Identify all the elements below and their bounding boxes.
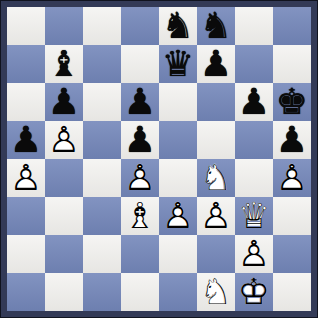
black-pawn-glyph: ♟ (235, 83, 273, 121)
square-g6[interactable]: ♟ (235, 83, 273, 121)
white-pawn-b5[interactable]: ♟♙ (45, 121, 83, 159)
square-a3[interactable] (7, 197, 45, 235)
black-pawn-a5[interactable]: ♟ (7, 121, 45, 159)
square-a6[interactable] (7, 83, 45, 121)
square-c8[interactable] (83, 7, 121, 45)
square-a5[interactable]: ♟ (7, 121, 45, 159)
square-g3[interactable]: ♛♕ (235, 197, 273, 235)
square-f7[interactable]: ♟ (197, 45, 235, 83)
square-d7[interactable] (121, 45, 159, 83)
square-c6[interactable] (83, 83, 121, 121)
black-pawn-glyph: ♟ (273, 121, 311, 159)
white-pawn-outline: ♙ (45, 121, 83, 159)
square-b6[interactable]: ♟ (45, 83, 83, 121)
square-a1[interactable] (7, 273, 45, 311)
square-h7[interactable] (273, 45, 311, 83)
white-bishop-d3[interactable]: ♝♗ (121, 197, 159, 235)
square-f1[interactable]: ♞♘ (197, 273, 235, 311)
square-c1[interactable] (83, 273, 121, 311)
square-h6[interactable]: ♚ (273, 83, 311, 121)
square-e4[interactable] (159, 159, 197, 197)
white-knight-outline: ♘ (197, 159, 235, 197)
square-d5[interactable]: ♟ (121, 121, 159, 159)
square-h5[interactable]: ♟ (273, 121, 311, 159)
square-e2[interactable] (159, 235, 197, 273)
white-pawn-outline: ♙ (197, 197, 235, 235)
black-pawn-b6[interactable]: ♟ (45, 83, 83, 121)
square-a4[interactable]: ♟♙ (7, 159, 45, 197)
black-king-h6[interactable]: ♚ (273, 83, 311, 121)
square-d6[interactable]: ♟ (121, 83, 159, 121)
square-b1[interactable] (45, 273, 83, 311)
white-knight-f1[interactable]: ♞♘ (197, 273, 235, 311)
white-pawn-outline: ♙ (159, 197, 197, 235)
white-knight-f4[interactable]: ♞♘ (197, 159, 235, 197)
square-a2[interactable] (7, 235, 45, 273)
square-d1[interactable] (121, 273, 159, 311)
black-knight-f8[interactable]: ♞ (197, 7, 235, 45)
square-d4[interactable]: ♟♙ (121, 159, 159, 197)
square-h4[interactable]: ♟♙ (273, 159, 311, 197)
square-b2[interactable] (45, 235, 83, 273)
square-b4[interactable] (45, 159, 83, 197)
square-a8[interactable] (7, 7, 45, 45)
square-e3[interactable]: ♟♙ (159, 197, 197, 235)
black-pawn-glyph: ♟ (121, 121, 159, 159)
square-h8[interactable] (273, 7, 311, 45)
square-g2[interactable]: ♟♙ (235, 235, 273, 273)
square-d3[interactable]: ♝♗ (121, 197, 159, 235)
square-c5[interactable] (83, 121, 121, 159)
white-pawn-d4[interactable]: ♟♙ (121, 159, 159, 197)
black-queen-glyph: ♛ (159, 45, 197, 83)
black-pawn-h5[interactable]: ♟ (273, 121, 311, 159)
white-pawn-g2[interactable]: ♟♙ (235, 235, 273, 273)
square-f4[interactable]: ♞♘ (197, 159, 235, 197)
square-c7[interactable] (83, 45, 121, 83)
black-king-glyph: ♚ (273, 83, 311, 121)
white-knight-outline: ♘ (197, 273, 235, 311)
black-pawn-d6[interactable]: ♟ (121, 83, 159, 121)
square-b8[interactable] (45, 7, 83, 45)
square-g4[interactable] (235, 159, 273, 197)
black-pawn-f7[interactable]: ♟ (197, 45, 235, 83)
white-pawn-outline: ♙ (7, 159, 45, 197)
black-pawn-glyph: ♟ (197, 45, 235, 83)
black-knight-glyph: ♞ (159, 7, 197, 45)
white-bishop-outline: ♗ (121, 197, 159, 235)
square-d2[interactable] (121, 235, 159, 273)
square-b5[interactable]: ♟♙ (45, 121, 83, 159)
board-grid: ♞♞♝♛♟♟♟♟♚♟♟♙♟♟♟♙♟♙♞♘♟♙♝♗♟♙♟♙♛♕♟♙♞♘♚♔ (7, 7, 311, 311)
square-e6[interactable] (159, 83, 197, 121)
white-queen-g3[interactable]: ♛♕ (235, 197, 273, 235)
black-queen-e7[interactable]: ♛ (159, 45, 197, 83)
white-pawn-a4[interactable]: ♟♙ (7, 159, 45, 197)
square-g5[interactable] (235, 121, 273, 159)
white-pawn-e3[interactable]: ♟♙ (159, 197, 197, 235)
square-e1[interactable] (159, 273, 197, 311)
square-c4[interactable] (83, 159, 121, 197)
square-e7[interactable]: ♛ (159, 45, 197, 83)
white-pawn-outline: ♙ (121, 159, 159, 197)
white-pawn-outline: ♙ (235, 235, 273, 273)
white-pawn-h4[interactable]: ♟♙ (273, 159, 311, 197)
square-d8[interactable] (121, 7, 159, 45)
square-g1[interactable]: ♚♔ (235, 273, 273, 311)
square-e8[interactable]: ♞ (159, 7, 197, 45)
white-queen-outline: ♕ (235, 197, 273, 235)
square-a7[interactable] (7, 45, 45, 83)
square-h2[interactable] (273, 235, 311, 273)
white-king-outline: ♔ (235, 273, 273, 311)
chess-board: ♞♞♝♛♟♟♟♟♚♟♟♙♟♟♟♙♟♙♞♘♟♙♝♗♟♙♟♙♛♕♟♙♞♘♚♔ (0, 0, 318, 318)
square-c3[interactable] (83, 197, 121, 235)
square-f6[interactable] (197, 83, 235, 121)
black-pawn-glyph: ♟ (7, 121, 45, 159)
square-h3[interactable] (273, 197, 311, 235)
black-bishop-b7[interactable]: ♝ (45, 45, 83, 83)
square-g8[interactable] (235, 7, 273, 45)
square-b3[interactable] (45, 197, 83, 235)
square-f2[interactable] (197, 235, 235, 273)
black-knight-e8[interactable]: ♞ (159, 7, 197, 45)
square-h1[interactable] (273, 273, 311, 311)
square-f3[interactable]: ♟♙ (197, 197, 235, 235)
square-b7[interactable]: ♝ (45, 45, 83, 83)
black-pawn-d5[interactable]: ♟ (121, 121, 159, 159)
square-c2[interactable] (83, 235, 121, 273)
square-f5[interactable] (197, 121, 235, 159)
square-f8[interactable]: ♞ (197, 7, 235, 45)
square-e5[interactable] (159, 121, 197, 159)
white-king-g1[interactable]: ♚♔ (235, 273, 273, 311)
white-pawn-outline: ♙ (273, 159, 311, 197)
white-pawn-f3[interactable]: ♟♙ (197, 197, 235, 235)
black-pawn-glyph: ♟ (121, 83, 159, 121)
black-pawn-g6[interactable]: ♟ (235, 83, 273, 121)
black-pawn-glyph: ♟ (45, 83, 83, 121)
square-g7[interactable] (235, 45, 273, 83)
black-bishop-glyph: ♝ (45, 45, 83, 83)
black-knight-glyph: ♞ (197, 7, 235, 45)
